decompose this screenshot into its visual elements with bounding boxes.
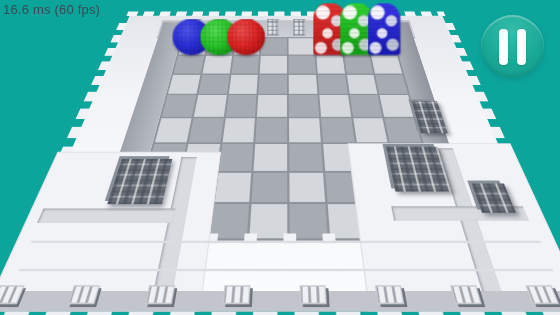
- platform-front-face: [0, 291, 560, 312]
- square-f6[interactable]: [318, 74, 348, 93]
- square-g6[interactable]: [346, 74, 377, 93]
- voxel-glyph-icon: [375, 285, 404, 304]
- square-h6[interactable]: [375, 74, 407, 93]
- square-d5[interactable]: [257, 95, 287, 116]
- apron-seam: [18, 269, 553, 272]
- square-f5[interactable]: [319, 95, 350, 116]
- square-e4[interactable]: [289, 118, 321, 142]
- square-c7[interactable]: [231, 56, 259, 74]
- piece-blue-camo[interactable]: [368, 3, 401, 55]
- pause-button[interactable]: [481, 15, 544, 78]
- square-f4[interactable]: [321, 118, 354, 142]
- square-e6[interactable]: [289, 74, 317, 93]
- square-d7[interactable]: [260, 56, 287, 74]
- voxel-glyph-icon: [145, 285, 175, 304]
- voxel-glyph-icon: [68, 285, 100, 304]
- board-scene: [0, 0, 560, 315]
- square-h4[interactable]: [385, 118, 422, 142]
- square-g4[interactable]: [353, 118, 388, 142]
- square-f8[interactable]: [315, 38, 342, 54]
- square-c4[interactable]: [222, 118, 255, 142]
- voxel-statue-icon: [267, 19, 279, 36]
- square-d2[interactable]: [252, 172, 287, 202]
- piece-red-sphere[interactable]: [227, 19, 265, 55]
- square-d3[interactable]: [254, 144, 287, 171]
- square-d4[interactable]: [256, 118, 287, 142]
- corner-groove: [438, 148, 506, 305]
- square-b5[interactable]: [194, 95, 227, 116]
- square-g7[interactable]: [344, 56, 374, 74]
- square-f7[interactable]: [316, 56, 344, 74]
- square-e3[interactable]: [289, 144, 322, 171]
- square-c1[interactable]: [209, 204, 249, 238]
- voxel-glyph-icon: [450, 285, 482, 304]
- voxel-statue-icon: [293, 19, 305, 36]
- square-d6[interactable]: [259, 74, 287, 93]
- square-a6[interactable]: [168, 74, 200, 93]
- square-a5[interactable]: [162, 95, 196, 116]
- square-e7[interactable]: [289, 56, 316, 74]
- square-e8[interactable]: [288, 38, 314, 54]
- square-b7[interactable]: [202, 56, 231, 74]
- square-e1[interactable]: [290, 204, 328, 238]
- voxel-glyph-icon: [300, 285, 327, 304]
- square-h5[interactable]: [380, 95, 414, 116]
- square-c5[interactable]: [225, 95, 256, 116]
- frame-time-stats: 16.6 ms (60 fps): [3, 2, 100, 17]
- pause-icon: [517, 29, 526, 65]
- square-g8[interactable]: [341, 38, 369, 54]
- game-viewport: 16.6 ms (60 fps): [0, 0, 560, 315]
- corner-groove: [37, 208, 175, 223]
- square-g5[interactable]: [350, 95, 383, 116]
- board-platform: [9, 16, 560, 294]
- square-a7[interactable]: [174, 56, 205, 74]
- square-c2[interactable]: [214, 172, 251, 202]
- square-b4[interactable]: [189, 118, 224, 142]
- voxel-glyph-icon: [223, 285, 251, 304]
- square-c6[interactable]: [228, 74, 258, 93]
- square-h7[interactable]: [371, 56, 402, 74]
- square-c8[interactable]: [234, 38, 261, 54]
- square-h8[interactable]: [368, 38, 397, 54]
- square-d8[interactable]: [261, 38, 287, 54]
- voxel-tower-icon: [472, 184, 516, 213]
- pause-icon: [499, 29, 508, 65]
- square-e5[interactable]: [289, 95, 319, 116]
- corner-groove: [150, 157, 196, 306]
- square-a4[interactable]: [155, 118, 191, 142]
- square-e2[interactable]: [289, 172, 325, 202]
- square-c3[interactable]: [218, 144, 253, 171]
- square-b6[interactable]: [198, 74, 229, 93]
- square-d1[interactable]: [250, 204, 288, 238]
